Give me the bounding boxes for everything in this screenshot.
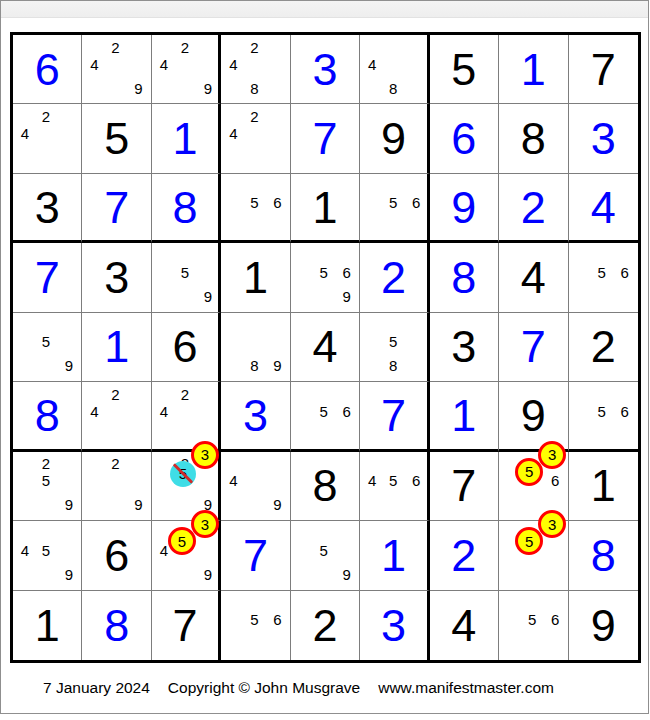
highlighted-candidate-5: 5 (168, 527, 196, 555)
cell-r6c8[interactable]: 9 (499, 382, 568, 451)
candidate-6: 6 (616, 263, 634, 281)
cell-r7c1[interactable]: 259 (13, 452, 82, 521)
cell-r2c6[interactable]: 9 (360, 104, 429, 173)
footer: 7 January 2024 Copyright © John Musgrave… (43, 679, 554, 697)
titlebar (1, 1, 648, 18)
cell-r3c1[interactable]: 3 (13, 174, 82, 243)
cell-r1c6[interactable]: 48 (360, 35, 429, 104)
candidate-2: 2 (245, 107, 263, 125)
candidate-5: 5 (176, 263, 194, 281)
cell-r6c7[interactable]: 1 (430, 382, 499, 451)
cell-r1c9[interactable]: 7 (569, 35, 638, 104)
solved-digit: 3 (291, 35, 359, 103)
candidate-4: 4 (16, 124, 34, 142)
candidate-5: 5 (384, 333, 402, 351)
cell-r6c4[interactable]: 3 (221, 382, 290, 451)
given-digit: 4 (499, 243, 567, 311)
given-digit: 8 (499, 104, 567, 172)
candidate-5: 5 (245, 611, 263, 629)
cell-r4c2[interactable]: 3 (82, 243, 151, 312)
candidate-9: 9 (60, 496, 78, 514)
solved-digit: 8 (152, 174, 218, 240)
candidate-5: 5 (245, 194, 263, 212)
solved-digit: 9 (430, 174, 498, 240)
cell-r4c3[interactable]: 59 (152, 243, 221, 312)
candidate-6: 6 (546, 472, 564, 490)
candidate-5: 5 (384, 194, 402, 212)
cell-r9c3[interactable]: 7 (152, 591, 221, 660)
candidate-4: 4 (363, 472, 381, 490)
cell-r2c9[interactable]: 3 (569, 104, 638, 173)
solved-digit: 2 (430, 521, 498, 589)
candidate-6: 6 (546, 611, 564, 629)
candidate-2: 2 (106, 385, 124, 403)
candidate-8: 8 (384, 79, 402, 97)
cell-r9c1[interactable]: 1 (13, 591, 82, 660)
cell-r8c1[interactable]: 459 (13, 521, 82, 590)
given-digit: 9 (360, 104, 426, 172)
solved-digit: 4 (569, 174, 638, 240)
cell-r7c4[interactable]: 49 (221, 452, 290, 521)
cell-r3c5[interactable]: 1 (291, 174, 360, 243)
cell-r2c3[interactable]: 1 (152, 104, 221, 173)
cell-r5c4[interactable]: 89 (221, 313, 290, 382)
solved-digit: 3 (221, 382, 289, 448)
highlighted-candidate-3: 3 (191, 441, 219, 469)
cell-r8c4[interactable]: 7 (221, 521, 290, 590)
cell-r6c9[interactable]: 56 (569, 382, 638, 451)
candidate-9: 9 (199, 287, 217, 305)
candidate-4: 4 (155, 55, 173, 73)
given-digit: 9 (499, 382, 567, 448)
cell-r1c1[interactable]: 6 (13, 35, 82, 104)
cell-r2c1[interactable]: 24 (13, 104, 82, 173)
candidate-4: 4 (155, 402, 173, 420)
cell-r5c8[interactable]: 7 (499, 313, 568, 382)
candidate-9: 9 (338, 565, 356, 583)
sudoku-board: 6249249248348517245124796833785615692473… (10, 32, 641, 663)
given-digit: 4 (430, 591, 498, 660)
cell-r5c1[interactable]: 59 (13, 313, 82, 382)
eliminated-candidate-5: 5 (170, 461, 196, 487)
solved-digit: 7 (360, 382, 426, 448)
solved-digit: 8 (82, 591, 150, 660)
footer-website: www.manifestmaster.com (378, 679, 554, 697)
solved-digit: 3 (569, 104, 638, 172)
given-digit: 3 (13, 174, 81, 240)
candidate-2: 2 (245, 38, 263, 56)
cell-r5c7[interactable]: 3 (430, 313, 499, 382)
app-window: 6249249248348517245124796833785615692473… (0, 0, 649, 714)
candidate-9: 9 (268, 357, 286, 375)
solved-digit: 1 (82, 313, 150, 381)
given-digit: 3 (430, 313, 498, 381)
candidate-9: 9 (338, 287, 356, 305)
solved-digit: 1 (430, 382, 498, 448)
cell-r4c4[interactable]: 1 (221, 243, 290, 312)
solved-digit: 7 (13, 243, 81, 311)
candidate-4: 4 (224, 55, 242, 73)
solved-digit: 2 (360, 243, 426, 311)
candidate-6: 6 (616, 402, 634, 420)
cell-r9c4[interactable]: 56 (221, 591, 290, 660)
candidate-9: 9 (199, 565, 217, 583)
highlighted-candidate-3: 3 (538, 510, 566, 538)
cell-r4c5[interactable]: 569 (291, 243, 360, 312)
candidate-9: 9 (268, 496, 286, 514)
candidate-8: 8 (245, 79, 263, 97)
candidate-9: 9 (60, 565, 78, 583)
cell-r9c5[interactable]: 2 (291, 591, 360, 660)
candidate-2: 2 (106, 38, 124, 56)
candidate-5: 5 (37, 333, 55, 351)
solved-digit: 1 (152, 104, 218, 172)
solved-digit: 1 (499, 35, 567, 103)
candidate-6: 6 (407, 472, 425, 490)
solved-digit: 7 (499, 313, 567, 381)
cell-r2c8[interactable]: 8 (499, 104, 568, 173)
given-digit: 3 (82, 243, 150, 311)
cell-r1c4[interactable]: 248 (221, 35, 290, 104)
candidate-5: 5 (315, 541, 333, 559)
candidate-4: 4 (224, 472, 242, 490)
solved-digit: 7 (82, 174, 150, 240)
candidate-2: 2 (176, 38, 194, 56)
candidate-6: 6 (338, 263, 356, 281)
solved-digit: 3 (360, 591, 426, 660)
cell-r4c7[interactable]: 8 (430, 243, 499, 312)
solved-digit: 6 (13, 35, 81, 103)
cell-r5c9[interactable]: 2 (569, 313, 638, 382)
cell-r3c7[interactable]: 9 (430, 174, 499, 243)
cell-r9c8[interactable]: 56 (499, 591, 568, 660)
cell-r2c7[interactable]: 6 (430, 104, 499, 173)
cell-r4c1[interactable]: 7 (13, 243, 82, 312)
cell-r8c3[interactable]: 3459 (152, 521, 221, 590)
cell-r7c9[interactable]: 1 (569, 452, 638, 521)
cell-r4c8[interactable]: 4 (499, 243, 568, 312)
cell-r8c2[interactable]: 6 (82, 521, 151, 590)
strike-line (173, 463, 194, 484)
cell-r3c2[interactable]: 7 (82, 174, 151, 243)
solved-digit: 8 (430, 243, 498, 311)
solved-digit: 8 (13, 382, 81, 448)
given-digit: 8 (291, 452, 359, 520)
candidate-5: 5 (523, 611, 541, 629)
footer-copyright: Copyright © John Musgrave (168, 679, 360, 697)
candidate-8: 8 (245, 357, 263, 375)
candidate-9: 9 (129, 79, 147, 97)
given-digit: 9 (569, 591, 638, 660)
cell-r1c2[interactable]: 249 (82, 35, 151, 104)
solved-digit: 1 (360, 521, 426, 589)
cell-r7c7[interactable]: 7 (430, 452, 499, 521)
solved-digit: 8 (569, 521, 638, 589)
solved-digit: 7 (291, 104, 359, 172)
cell-r4c6[interactable]: 2 (360, 243, 429, 312)
cell-r9c2[interactable]: 8 (82, 591, 151, 660)
candidate-6: 6 (268, 611, 286, 629)
cell-r1c8[interactable]: 1 (499, 35, 568, 104)
cell-r6c1[interactable]: 8 (13, 382, 82, 451)
cell-r6c6[interactable]: 7 (360, 382, 429, 451)
cell-r3c6[interactable]: 56 (360, 174, 429, 243)
cell-r7c2[interactable]: 29 (82, 452, 151, 521)
candidate-4: 4 (363, 55, 381, 73)
cell-r9c7[interactable]: 4 (430, 591, 499, 660)
given-digit: 7 (569, 35, 638, 103)
cell-r6c3[interactable]: 24 (152, 382, 221, 451)
highlighted-candidate-3: 3 (538, 441, 566, 469)
cell-r7c5[interactable]: 8 (291, 452, 360, 521)
solved-digit: 6 (430, 104, 498, 172)
candidate-2: 2 (106, 455, 124, 473)
candidate-2: 2 (37, 455, 55, 473)
candidate-4: 4 (224, 124, 242, 142)
cell-r8c5[interactable]: 59 (291, 521, 360, 590)
candidate-6: 6 (338, 402, 356, 420)
cell-r3c3[interactable]: 8 (152, 174, 221, 243)
given-digit: 5 (82, 104, 150, 172)
highlighted-candidate-3: 3 (191, 510, 219, 538)
highlighted-candidate-5: 5 (515, 458, 543, 486)
candidate-5: 5 (384, 472, 402, 490)
cell-r6c2[interactable]: 24 (82, 382, 151, 451)
given-digit: 6 (152, 313, 218, 381)
given-digit: 2 (291, 591, 359, 660)
cell-r3c9[interactable]: 4 (569, 174, 638, 243)
candidate-8: 8 (384, 357, 402, 375)
cell-r2c4[interactable]: 24 (221, 104, 290, 173)
cell-r8c7[interactable]: 2 (430, 521, 499, 590)
candidate-2: 2 (176, 385, 194, 403)
candidate-5: 5 (315, 263, 333, 281)
given-digit: 7 (430, 452, 498, 520)
cell-r2c2[interactable]: 5 (82, 104, 151, 173)
cell-r8c9[interactable]: 8 (569, 521, 638, 590)
cell-r5c6[interactable]: 58 (360, 313, 429, 382)
cell-r5c5[interactable]: 4 (291, 313, 360, 382)
given-digit: 1 (13, 591, 81, 660)
cell-r8c8[interactable]: 35 (499, 521, 568, 590)
candidate-2: 2 (37, 107, 55, 125)
cell-r1c7[interactable]: 5 (430, 35, 499, 104)
given-digit: 1 (221, 243, 289, 311)
cell-r4c9[interactable]: 56 (569, 243, 638, 312)
candidate-6: 6 (268, 194, 286, 212)
cell-r1c5[interactable]: 3 (291, 35, 360, 104)
cell-r3c8[interactable]: 2 (499, 174, 568, 243)
footer-date: 7 January 2024 (43, 679, 150, 697)
cell-r7c6[interactable]: 456 (360, 452, 429, 521)
cell-r1c3[interactable]: 249 (152, 35, 221, 104)
candidate-6: 6 (407, 194, 425, 212)
candidate-4: 4 (16, 541, 34, 559)
candidate-9: 9 (129, 496, 147, 514)
cell-r5c3[interactable]: 6 (152, 313, 221, 382)
cell-r9c9[interactable]: 9 (569, 591, 638, 660)
candidate-5: 5 (593, 402, 611, 420)
candidate-4: 4 (85, 55, 103, 73)
highlighted-candidate-5: 5 (515, 527, 543, 555)
cell-r3c4[interactable]: 56 (221, 174, 290, 243)
cell-r9c6[interactable]: 3 (360, 591, 429, 660)
given-digit: 1 (291, 174, 359, 240)
candidate-9: 9 (199, 79, 217, 97)
candidate-5: 5 (593, 263, 611, 281)
given-digit: 7 (152, 591, 218, 660)
cell-r2c5[interactable]: 7 (291, 104, 360, 173)
given-digit: 2 (569, 313, 638, 381)
candidate-5: 5 (37, 472, 55, 490)
candidate-5: 5 (315, 402, 333, 420)
cell-r6c5[interactable]: 56 (291, 382, 360, 451)
cell-r8c6[interactable]: 1 (360, 521, 429, 590)
candidate-4: 4 (85, 402, 103, 420)
solved-digit: 7 (221, 521, 289, 589)
given-digit: 4 (291, 313, 359, 381)
cell-r5c2[interactable]: 1 (82, 313, 151, 382)
candidate-5: 5 (37, 541, 55, 559)
given-digit: 1 (569, 452, 638, 520)
given-digit: 5 (430, 35, 498, 103)
solved-digit: 2 (499, 174, 567, 240)
given-digit: 6 (82, 521, 150, 589)
candidate-9: 9 (60, 357, 78, 375)
